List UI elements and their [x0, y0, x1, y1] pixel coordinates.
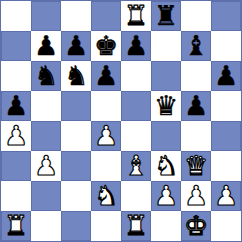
chess-board: ♜♜♟♟♚♟♝♞♞♟♟♟♛♟♟♟♟♝♞♛♞♟♟♟♜♜♚: [0, 0, 242, 242]
square-c3[interactable]: [61, 151, 91, 181]
square-d8[interactable]: [91, 1, 121, 31]
square-f2[interactable]: ♟: [151, 181, 181, 211]
square-h4[interactable]: [211, 121, 241, 151]
square-h3[interactable]: [211, 151, 241, 181]
white-rook-piece: ♜: [4, 212, 28, 239]
white-queen-piece: ♛: [184, 152, 208, 179]
square-d7[interactable]: ♚: [91, 31, 121, 61]
square-e5[interactable]: [121, 91, 151, 121]
square-h2[interactable]: ♟: [211, 181, 241, 211]
white-knight-piece: ♞: [154, 152, 178, 179]
square-d6[interactable]: ♟: [91, 61, 121, 91]
black-knight-piece: ♞: [34, 62, 58, 89]
square-a1[interactable]: ♜: [1, 211, 31, 241]
square-e1[interactable]: ♜: [121, 211, 151, 241]
square-f3[interactable]: ♞: [151, 151, 181, 181]
square-f1[interactable]: [151, 211, 181, 241]
white-pawn-piece: ♟: [34, 152, 58, 179]
square-e3[interactable]: ♝: [121, 151, 151, 181]
white-pawn-piece: ♟: [154, 182, 178, 209]
square-f6[interactable]: [151, 61, 181, 91]
square-h1[interactable]: [211, 211, 241, 241]
black-pawn-piece: ♟: [94, 62, 118, 89]
square-a8[interactable]: [1, 1, 31, 31]
white-rook-piece: ♜: [124, 2, 148, 29]
square-h6[interactable]: ♟: [211, 61, 241, 91]
square-g6[interactable]: [181, 61, 211, 91]
square-a7[interactable]: [1, 31, 31, 61]
square-b1[interactable]: [31, 211, 61, 241]
black-rook-piece: ♜: [154, 2, 178, 29]
square-g1[interactable]: ♚: [181, 211, 211, 241]
square-g8[interactable]: [181, 1, 211, 31]
square-b8[interactable]: [31, 1, 61, 31]
square-g7[interactable]: ♝: [181, 31, 211, 61]
square-c2[interactable]: [61, 181, 91, 211]
square-d4[interactable]: ♟: [91, 121, 121, 151]
square-b5[interactable]: [31, 91, 61, 121]
black-pawn-piece: ♟: [34, 32, 58, 59]
square-c4[interactable]: [61, 121, 91, 151]
square-h7[interactable]: [211, 31, 241, 61]
black-pawn-piece: ♟: [184, 92, 208, 119]
black-pawn-piece: ♟: [124, 32, 148, 59]
square-b2[interactable]: [31, 181, 61, 211]
square-b4[interactable]: [31, 121, 61, 151]
square-f8[interactable]: ♜: [151, 1, 181, 31]
square-a4[interactable]: ♟: [1, 121, 31, 151]
square-b6[interactable]: ♞: [31, 61, 61, 91]
black-queen-piece: ♛: [154, 92, 178, 119]
white-pawn-piece: ♟: [214, 182, 238, 209]
square-d1[interactable]: [91, 211, 121, 241]
square-a2[interactable]: [1, 181, 31, 211]
square-b3[interactable]: ♟: [31, 151, 61, 181]
square-g3[interactable]: ♛: [181, 151, 211, 181]
white-rook-piece: ♜: [124, 212, 148, 239]
white-pawn-piece: ♟: [184, 182, 208, 209]
square-d5[interactable]: [91, 91, 121, 121]
square-f7[interactable]: [151, 31, 181, 61]
black-knight-piece: ♞: [64, 62, 88, 89]
square-e4[interactable]: [121, 121, 151, 151]
black-pawn-piece: ♟: [4, 92, 28, 119]
square-c8[interactable]: [61, 1, 91, 31]
white-pawn-piece: ♟: [94, 122, 118, 149]
white-pawn-piece: ♟: [4, 122, 28, 149]
square-e6[interactable]: [121, 61, 151, 91]
black-king-piece: ♚: [94, 32, 118, 59]
square-a3[interactable]: [1, 151, 31, 181]
square-g4[interactable]: [181, 121, 211, 151]
square-d3[interactable]: [91, 151, 121, 181]
white-king-piece: ♚: [184, 212, 208, 239]
square-c6[interactable]: ♞: [61, 61, 91, 91]
square-h8[interactable]: [211, 1, 241, 31]
square-e8[interactable]: ♜: [121, 1, 151, 31]
square-c1[interactable]: [61, 211, 91, 241]
square-g5[interactable]: ♟: [181, 91, 211, 121]
square-g2[interactable]: ♟: [181, 181, 211, 211]
square-f4[interactable]: [151, 121, 181, 151]
white-knight-piece: ♞: [94, 182, 118, 209]
square-b7[interactable]: ♟: [31, 31, 61, 61]
square-d2[interactable]: ♞: [91, 181, 121, 211]
black-pawn-piece: ♟: [214, 62, 238, 89]
black-bishop-piece: ♝: [184, 32, 208, 59]
square-e7[interactable]: ♟: [121, 31, 151, 61]
square-c7[interactable]: ♟: [61, 31, 91, 61]
square-a6[interactable]: [1, 61, 31, 91]
black-pawn-piece: ♟: [64, 32, 88, 59]
square-c5[interactable]: [61, 91, 91, 121]
square-h5[interactable]: [211, 91, 241, 121]
white-bishop-piece: ♝: [124, 152, 148, 179]
square-f5[interactable]: ♛: [151, 91, 181, 121]
square-a5[interactable]: ♟: [1, 91, 31, 121]
square-e2[interactable]: [121, 181, 151, 211]
